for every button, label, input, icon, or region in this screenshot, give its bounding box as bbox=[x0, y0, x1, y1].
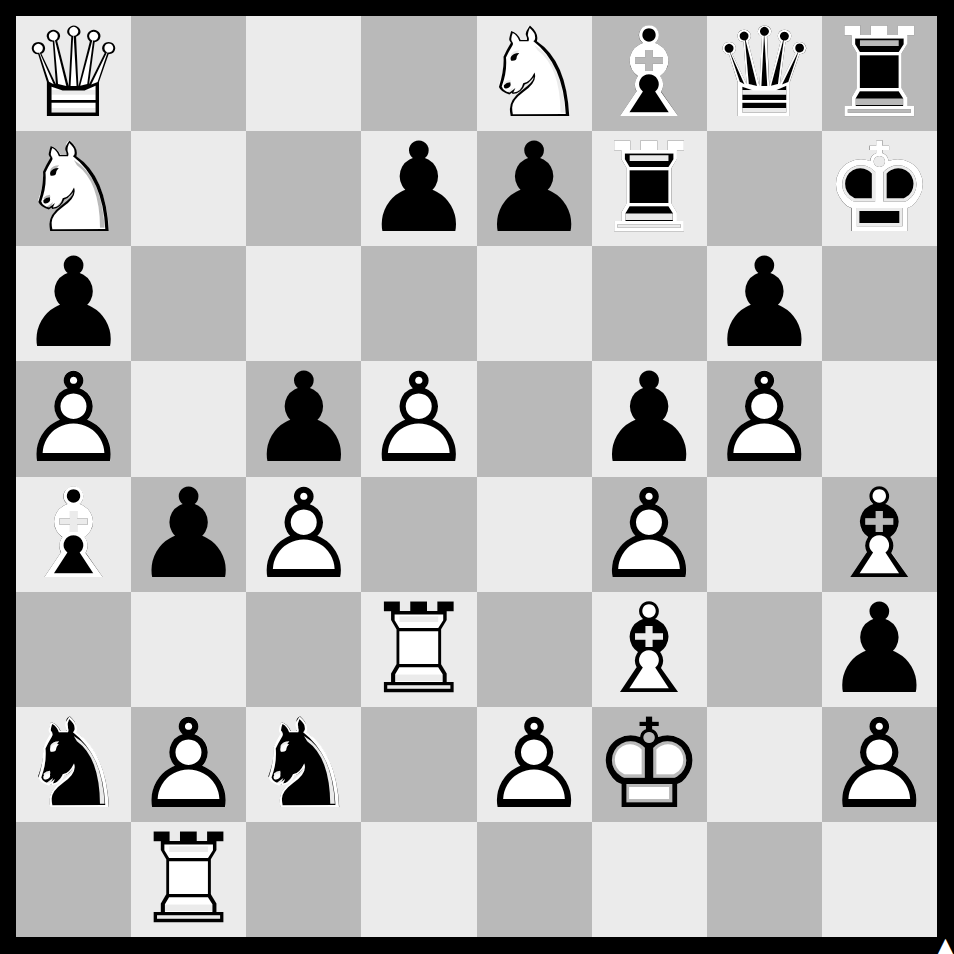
white-pawn-icon: ♟ bbox=[361, 361, 476, 476]
white-bishop-icon: ♝ bbox=[822, 477, 937, 592]
square-b8[interactable] bbox=[131, 16, 246, 131]
square-c2[interactable]: ♞♘ bbox=[246, 707, 361, 822]
black-pawn-icon: ♟ bbox=[707, 246, 822, 361]
square-g5[interactable]: ♟♙ bbox=[707, 361, 822, 476]
piece-detail-lines: ♙ bbox=[361, 361, 476, 476]
square-d7[interactable]: ♟ bbox=[361, 131, 476, 246]
square-f6[interactable] bbox=[592, 246, 707, 361]
white-pawn-icon: ♟ bbox=[246, 477, 361, 592]
square-d6[interactable] bbox=[361, 246, 476, 361]
square-c5[interactable]: ♟ bbox=[246, 361, 361, 476]
square-e4[interactable] bbox=[477, 477, 592, 592]
square-e1[interactable] bbox=[477, 822, 592, 937]
square-g2[interactable] bbox=[707, 707, 822, 822]
square-c3[interactable] bbox=[246, 592, 361, 707]
black-pawn-icon: ♟ bbox=[16, 246, 131, 361]
square-c6[interactable] bbox=[246, 246, 361, 361]
square-a5[interactable]: ♟♙ bbox=[16, 361, 131, 476]
square-b5[interactable] bbox=[131, 361, 246, 476]
square-e6[interactable] bbox=[477, 246, 592, 361]
square-d3[interactable]: ♜♖ bbox=[361, 592, 476, 707]
square-e5[interactable] bbox=[477, 361, 592, 476]
piece-detail-lines: ♗ bbox=[16, 477, 131, 592]
square-b1[interactable]: ♜♖ bbox=[131, 822, 246, 937]
square-h8[interactable]: ♜♖ bbox=[822, 16, 937, 131]
piece-detail-lines: ♘ bbox=[16, 131, 131, 246]
square-g1[interactable] bbox=[707, 822, 822, 937]
square-d8[interactable] bbox=[361, 16, 476, 131]
square-c7[interactable] bbox=[246, 131, 361, 246]
white-rook-icon: ♜ bbox=[361, 592, 476, 707]
square-b3[interactable] bbox=[131, 592, 246, 707]
chessboard: ♛♕♞♘♝♗♛♕♜♖♞♘♟♟♜♖♚♔♟♟♟♙♟♟♙♟♟♙♝♗♟♟♙♟♙♝♗♜♖♝… bbox=[16, 16, 937, 937]
piece-detail-lines: ♔ bbox=[822, 131, 937, 246]
square-c4[interactable]: ♟♙ bbox=[246, 477, 361, 592]
black-pawn-icon: ♟ bbox=[822, 592, 937, 707]
white-bishop-icon: ♝ bbox=[592, 592, 707, 707]
piece-detail-lines: ♙ bbox=[707, 361, 822, 476]
piece-detail-lines: ♗ bbox=[592, 592, 707, 707]
square-f1[interactable] bbox=[592, 822, 707, 937]
white-pawn-icon: ♟ bbox=[16, 361, 131, 476]
square-h1[interactable] bbox=[822, 822, 937, 937]
square-h3[interactable]: ♟ bbox=[822, 592, 937, 707]
white-pawn-icon: ♟ bbox=[707, 361, 822, 476]
square-h2[interactable]: ♟♙ bbox=[822, 707, 937, 822]
square-h7[interactable]: ♚♔ bbox=[822, 131, 937, 246]
piece-detail-lines: ♖ bbox=[592, 131, 707, 246]
square-d1[interactable] bbox=[361, 822, 476, 937]
piece-detail-lines: ♙ bbox=[246, 477, 361, 592]
white-queen-icon: ♛ bbox=[16, 16, 131, 131]
square-g7[interactable] bbox=[707, 131, 822, 246]
square-b6[interactable] bbox=[131, 246, 246, 361]
piece-detail-lines: ♘ bbox=[16, 707, 131, 822]
piece-detail-lines: ♗ bbox=[822, 477, 937, 592]
black-rook-icon: ♜ bbox=[592, 131, 707, 246]
square-b2[interactable]: ♟♙ bbox=[131, 707, 246, 822]
white-knight-icon: ♞ bbox=[16, 131, 131, 246]
square-e8[interactable]: ♞♘ bbox=[477, 16, 592, 131]
square-f7[interactable]: ♜♖ bbox=[592, 131, 707, 246]
piece-detail-lines: ♙ bbox=[477, 707, 592, 822]
square-b4[interactable]: ♟ bbox=[131, 477, 246, 592]
square-g6[interactable]: ♟ bbox=[707, 246, 822, 361]
square-f8[interactable]: ♝♗ bbox=[592, 16, 707, 131]
black-bishop-icon: ♝ bbox=[592, 16, 707, 131]
piece-detail-lines: ♖ bbox=[361, 592, 476, 707]
white-pawn-icon: ♟ bbox=[477, 707, 592, 822]
square-h6[interactable] bbox=[822, 246, 937, 361]
white-rook-icon: ♜ bbox=[131, 822, 246, 937]
piece-detail-lines: ♙ bbox=[131, 707, 246, 822]
white-pawn-icon: ♟ bbox=[131, 707, 246, 822]
black-knight-icon: ♞ bbox=[16, 707, 131, 822]
white-king-icon: ♚ bbox=[592, 707, 707, 822]
black-king-icon: ♚ bbox=[822, 131, 937, 246]
white-knight-icon: ♞ bbox=[477, 16, 592, 131]
piece-detail-lines: ♘ bbox=[246, 707, 361, 822]
black-pawn-icon: ♟ bbox=[361, 131, 476, 246]
black-pawn-icon: ♟ bbox=[592, 361, 707, 476]
black-queen-icon: ♛ bbox=[707, 16, 822, 131]
square-f4[interactable]: ♟♙ bbox=[592, 477, 707, 592]
white-to-move-indicator: ▲ bbox=[937, 935, 954, 954]
white-pawn-icon: ♟ bbox=[822, 707, 937, 822]
square-a4[interactable]: ♝♗ bbox=[16, 477, 131, 592]
square-f2[interactable]: ♚♔ bbox=[592, 707, 707, 822]
piece-detail-lines: ♘ bbox=[477, 16, 592, 131]
black-knight-icon: ♞ bbox=[246, 707, 361, 822]
piece-detail-lines: ♗ bbox=[592, 16, 707, 131]
piece-detail-lines: ♙ bbox=[16, 361, 131, 476]
diagram-stage: ♛♕♞♘♝♗♛♕♜♖♞♘♟♟♜♖♚♔♟♟♟♙♟♟♙♟♟♙♝♗♟♟♙♟♙♝♗♜♖♝… bbox=[0, 0, 954, 954]
square-a2[interactable]: ♞♘ bbox=[16, 707, 131, 822]
piece-detail-lines: ♖ bbox=[131, 822, 246, 937]
square-c1[interactable] bbox=[246, 822, 361, 937]
piece-detail-lines: ♕ bbox=[707, 16, 822, 131]
square-g3[interactable] bbox=[707, 592, 822, 707]
square-a3[interactable] bbox=[16, 592, 131, 707]
square-g8[interactable]: ♛♕ bbox=[707, 16, 822, 131]
black-pawn-icon: ♟ bbox=[131, 477, 246, 592]
square-a1[interactable] bbox=[16, 822, 131, 937]
piece-detail-lines: ♙ bbox=[592, 477, 707, 592]
square-e7[interactable]: ♟ bbox=[477, 131, 592, 246]
square-c8[interactable] bbox=[246, 16, 361, 131]
black-rook-icon: ♜ bbox=[822, 16, 937, 131]
square-e2[interactable]: ♟♙ bbox=[477, 707, 592, 822]
square-b7[interactable] bbox=[131, 131, 246, 246]
square-d4[interactable] bbox=[361, 477, 476, 592]
white-pawn-icon: ♟ bbox=[592, 477, 707, 592]
square-d2[interactable] bbox=[361, 707, 476, 822]
square-f5[interactable]: ♟ bbox=[592, 361, 707, 476]
piece-detail-lines: ♙ bbox=[822, 707, 937, 822]
square-d5[interactable]: ♟♙ bbox=[361, 361, 476, 476]
square-h4[interactable]: ♝♗ bbox=[822, 477, 937, 592]
square-a7[interactable]: ♞♘ bbox=[16, 131, 131, 246]
square-h5[interactable] bbox=[822, 361, 937, 476]
piece-detail-lines: ♖ bbox=[822, 16, 937, 131]
black-pawn-icon: ♟ bbox=[246, 361, 361, 476]
piece-detail-lines: ♕ bbox=[16, 16, 131, 131]
square-a8[interactable]: ♛♕ bbox=[16, 16, 131, 131]
square-g4[interactable] bbox=[707, 477, 822, 592]
black-bishop-icon: ♝ bbox=[16, 477, 131, 592]
square-f3[interactable]: ♝♗ bbox=[592, 592, 707, 707]
square-a6[interactable]: ♟ bbox=[16, 246, 131, 361]
piece-detail-lines: ♔ bbox=[592, 707, 707, 822]
black-pawn-icon: ♟ bbox=[477, 131, 592, 246]
square-e3[interactable] bbox=[477, 592, 592, 707]
